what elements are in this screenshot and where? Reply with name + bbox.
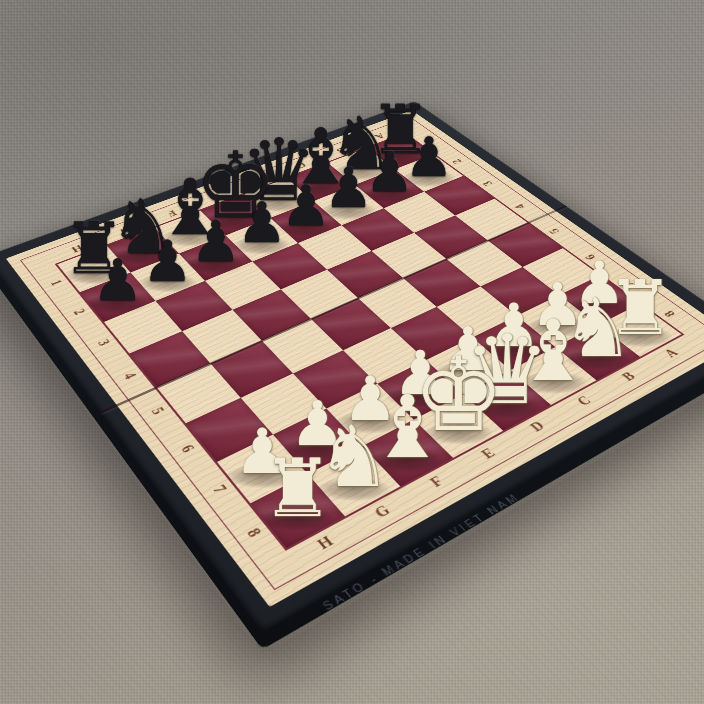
square-a8 <box>598 304 681 357</box>
file-label: D <box>508 404 569 452</box>
rank-label: 4 <box>105 355 154 398</box>
file-labels-near-edge: ABCDEFGH <box>289 336 702 569</box>
square-e7 <box>377 360 463 419</box>
board-scene: SATO - MADE IN VIET NAM 12345678 1234567… <box>0 0 704 704</box>
square-h5 <box>157 363 241 423</box>
chess-board: SATO - MADE IN VIET NAM 12345678 1234567… <box>0 101 704 632</box>
file-label: F <box>407 456 469 509</box>
square-g7 <box>273 409 362 474</box>
file-label: B <box>599 356 660 400</box>
file-label: A <box>642 333 702 375</box>
square-h3 <box>104 301 182 354</box>
square-h4 <box>129 331 210 387</box>
board-frame: 12345678 12345678 ABCDEFGH ABCDEFGH <box>0 101 704 632</box>
rank-label: 8 <box>224 505 283 563</box>
square-d8 <box>463 370 551 431</box>
square-h6 <box>186 398 273 462</box>
square-b8 <box>555 325 640 380</box>
square-f6 <box>293 350 377 408</box>
square-e5 <box>311 298 391 350</box>
square-d7 <box>426 337 510 394</box>
square-h7 <box>217 435 308 504</box>
square-b7 <box>517 295 599 347</box>
rank-labels-near-edge: 12345678 <box>34 265 283 562</box>
rank-label: 5 <box>132 389 183 435</box>
rank-label: 6 <box>160 425 213 475</box>
square-g5 <box>210 341 293 398</box>
square-f5 <box>262 319 343 374</box>
square-f8 <box>362 420 453 487</box>
square-d6 <box>391 307 472 360</box>
square-f7 <box>326 384 413 446</box>
square-e8 <box>414 394 503 458</box>
square-g8 <box>308 446 401 516</box>
square-h8 <box>250 474 344 548</box>
file-label: H <box>295 515 357 574</box>
square-c7 <box>472 316 555 370</box>
rank-label: 2 <box>57 293 101 331</box>
square-c8 <box>510 347 596 405</box>
square-g4 <box>182 310 262 364</box>
rank-label: 3 <box>80 323 126 364</box>
file-label: C <box>555 379 616 425</box>
square-e6 <box>343 328 426 384</box>
square-g6 <box>241 373 327 434</box>
file-label: E <box>458 429 519 479</box>
photo-stage: SATO - MADE IN VIET NAM 12345678 1234567… <box>0 0 704 704</box>
file-label: G <box>352 485 414 541</box>
rank-label: 7 <box>191 463 247 517</box>
rank-label: 8 <box>642 295 700 333</box>
